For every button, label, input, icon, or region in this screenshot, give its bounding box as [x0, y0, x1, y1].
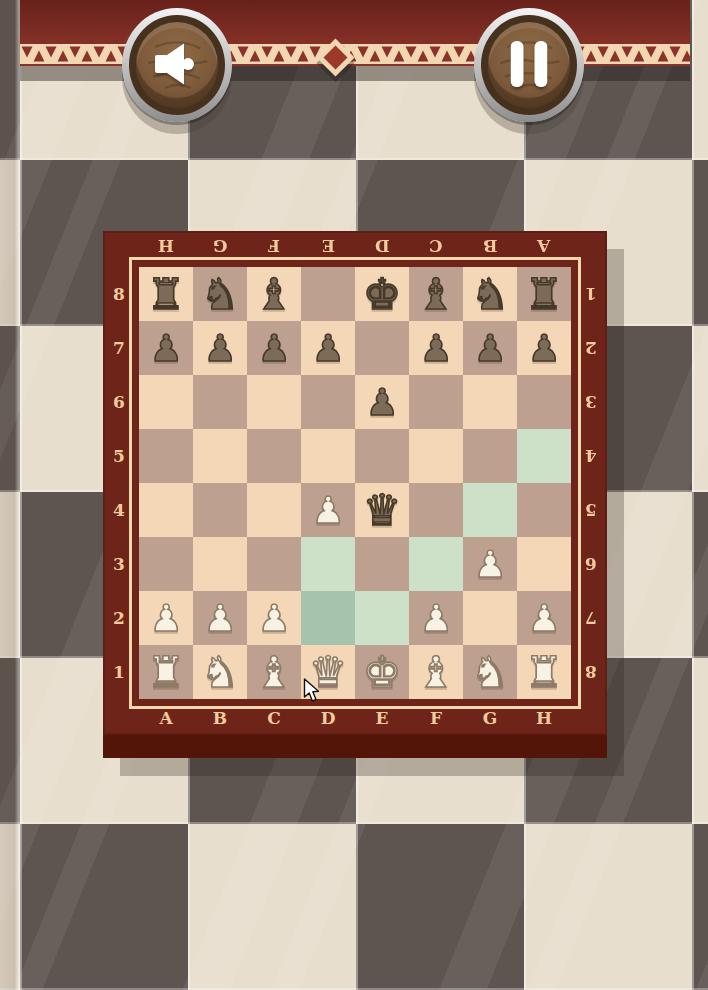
top-bar-shadow: [20, 66, 690, 81]
square-f2[interactable]: ♟: [409, 591, 463, 645]
file-label-bottom-b: B: [213, 708, 227, 728]
square-a6[interactable]: [139, 375, 193, 429]
piece-black-knight[interactable]: ♞: [471, 273, 510, 316]
square-b1[interactable]: ♞: [193, 645, 247, 699]
square-d4[interactable]: ♟: [301, 483, 355, 537]
square-a4[interactable]: [139, 483, 193, 537]
piece-white-pawn[interactable]: ♟: [527, 600, 560, 637]
square-f3[interactable]: [409, 537, 463, 591]
square-d5[interactable]: [301, 429, 355, 483]
square-c1[interactable]: ♝: [247, 645, 301, 699]
square-b6[interactable]: [193, 375, 247, 429]
rank-label-right-6: 6: [585, 554, 597, 574]
square-a2[interactable]: ♟: [139, 591, 193, 645]
square-h7[interactable]: ♟: [517, 321, 571, 375]
square-h6[interactable]: [517, 375, 571, 429]
square-b5[interactable]: [193, 429, 247, 483]
piece-black-pawn[interactable]: ♟: [203, 330, 236, 367]
square-a7[interactable]: ♟: [139, 321, 193, 375]
file-label-top-b: B: [483, 236, 497, 256]
piece-white-knight[interactable]: ♞: [201, 651, 240, 694]
files-top: HGFEDCBA: [139, 233, 571, 259]
square-f7[interactable]: ♟: [409, 321, 463, 375]
square-c5[interactable]: [247, 429, 301, 483]
square-g6[interactable]: [463, 375, 517, 429]
square-d3[interactable]: [301, 537, 355, 591]
rank-label-left-3: 3: [113, 554, 125, 574]
piece-white-bishop[interactable]: ♝: [417, 651, 456, 694]
piece-white-knight[interactable]: ♞: [471, 651, 510, 694]
chess-board: HGFEDCBA ABCDEFGH 87654321 12345678 ♜♞♝♚…: [103, 231, 607, 758]
square-b4[interactable]: [193, 483, 247, 537]
square-a3[interactable]: [139, 537, 193, 591]
file-label-top-f: F: [268, 236, 280, 256]
file-label-bottom-g: G: [483, 708, 498, 728]
piece-white-pawn[interactable]: ♟: [473, 546, 506, 583]
left-edge-shade: [0, 0, 21, 990]
rank-label-left-2: 2: [113, 608, 125, 628]
square-a8[interactable]: ♜: [139, 267, 193, 321]
square-e4[interactable]: ♛: [355, 483, 409, 537]
rank-label-right-3: 3: [585, 392, 597, 412]
square-c6[interactable]: [247, 375, 301, 429]
rank-label-left-5: 5: [113, 446, 125, 466]
square-e1[interactable]: ♚: [355, 645, 409, 699]
square-c2[interactable]: ♟: [247, 591, 301, 645]
square-b8[interactable]: ♞: [193, 267, 247, 321]
board-frame: HGFEDCBA ABCDEFGH 87654321 12345678 ♜♞♝♚…: [103, 231, 607, 735]
piece-black-pawn[interactable]: ♟: [365, 384, 398, 421]
rank-label-right-7: 7: [585, 608, 597, 628]
ranks-left: 87654321: [105, 267, 133, 699]
file-label-top-e: E: [322, 236, 335, 256]
piece-white-pawn[interactable]: ♟: [419, 600, 452, 637]
square-f1[interactable]: ♝: [409, 645, 463, 699]
square-a5[interactable]: [139, 429, 193, 483]
piece-white-pawn[interactable]: ♟: [257, 600, 290, 637]
piece-black-rook[interactable]: ♜: [147, 273, 186, 316]
square-e6[interactable]: ♟: [355, 375, 409, 429]
file-label-top-c: C: [429, 236, 443, 256]
piece-black-king[interactable]: ♚: [363, 273, 402, 316]
rank-label-right-2: 2: [585, 338, 597, 358]
square-e2[interactable]: [355, 591, 409, 645]
piece-white-pawn[interactable]: ♟: [311, 492, 344, 529]
piece-white-pawn[interactable]: ♟: [203, 600, 236, 637]
piece-black-pawn[interactable]: ♟: [527, 330, 560, 367]
square-f8[interactable]: ♝: [409, 267, 463, 321]
square-h1[interactable]: ♜: [517, 645, 571, 699]
square-c7[interactable]: ♟: [247, 321, 301, 375]
zigzag-band: [20, 44, 690, 64]
square-e7[interactable]: [355, 321, 409, 375]
square-e8[interactable]: ♚: [355, 267, 409, 321]
file-label-bottom-c: C: [267, 708, 281, 728]
square-h3[interactable]: [517, 537, 571, 591]
file-label-bottom-e: E: [376, 708, 389, 728]
piece-black-rook[interactable]: ♜: [525, 273, 564, 316]
square-g1[interactable]: ♞: [463, 645, 517, 699]
square-h5[interactable]: [517, 429, 571, 483]
file-label-bottom-h: H: [536, 708, 552, 728]
rank-label-right-1: 1: [585, 284, 597, 304]
rank-label-left-8: 8: [113, 284, 125, 304]
files-bottom: ABCDEFGH: [139, 705, 571, 731]
square-e3[interactable]: [355, 537, 409, 591]
piece-black-queen[interactable]: ♛: [363, 489, 402, 532]
square-h4[interactable]: [517, 483, 571, 537]
square-e5[interactable]: [355, 429, 409, 483]
sound-button[interactable]: [122, 8, 232, 122]
square-g8[interactable]: ♞: [463, 267, 517, 321]
piece-white-pawn[interactable]: ♟: [149, 600, 182, 637]
rank-label-left-4: 4: [113, 500, 125, 520]
top-bar: [20, 0, 690, 66]
square-c8[interactable]: ♝: [247, 267, 301, 321]
square-b7[interactable]: ♟: [193, 321, 247, 375]
piece-black-pawn[interactable]: ♟: [257, 330, 290, 367]
piece-black-bishop[interactable]: ♝: [255, 273, 294, 316]
piece-white-king[interactable]: ♚: [363, 651, 402, 694]
square-d7[interactable]: ♟: [301, 321, 355, 375]
piece-black-pawn[interactable]: ♟: [419, 330, 452, 367]
rank-label-right-8: 8: [585, 662, 597, 682]
rank-label-left-1: 1: [113, 662, 125, 682]
square-b2[interactable]: ♟: [193, 591, 247, 645]
piece-black-pawn[interactable]: ♟: [311, 330, 344, 367]
game-background: HGFEDCBA ABCDEFGH 87654321 12345678 ♜♞♝♚…: [0, 0, 708, 990]
file-label-bottom-f: F: [430, 708, 442, 728]
square-d8[interactable]: [301, 267, 355, 321]
rank-label-left-7: 7: [113, 338, 125, 358]
rank-label-right-4: 4: [585, 446, 597, 466]
piece-white-rook[interactable]: ♜: [147, 651, 186, 694]
board-base-edge: [103, 735, 607, 758]
speaker-icon: [153, 42, 201, 86]
board-grid: ♜♞♝♚♝♞♜♟♟♟♟♟♟♟♟♟♛♟♟♟♟♟♟♜♞♝♛♚♝♞♜: [139, 267, 571, 699]
piece-black-bishop[interactable]: ♝: [417, 273, 456, 316]
file-label-bottom-d: D: [321, 708, 336, 728]
pause-icon: [511, 41, 548, 87]
mouse-cursor: [303, 678, 321, 703]
pause-button[interactable]: [474, 8, 584, 122]
square-c4[interactable]: [247, 483, 301, 537]
file-label-top-a: A: [537, 236, 550, 256]
piece-black-knight[interactable]: ♞: [201, 273, 240, 316]
file-label-bottom-a: A: [159, 708, 172, 728]
piece-black-pawn[interactable]: ♟: [473, 330, 506, 367]
piece-white-rook[interactable]: ♜: [525, 651, 564, 694]
square-f6[interactable]: [409, 375, 463, 429]
square-f4[interactable]: [409, 483, 463, 537]
square-g5[interactable]: [463, 429, 517, 483]
square-h8[interactable]: ♜: [517, 267, 571, 321]
square-g4[interactable]: [463, 483, 517, 537]
square-g2[interactable]: [463, 591, 517, 645]
square-d2[interactable]: [301, 591, 355, 645]
rank-label-right-5: 5: [585, 500, 597, 520]
square-c3[interactable]: [247, 537, 301, 591]
ranks-right: 12345678: [577, 267, 605, 699]
file-label-top-g: G: [213, 236, 228, 256]
file-label-top-d: D: [375, 236, 390, 256]
square-g7[interactable]: ♟: [463, 321, 517, 375]
square-d6[interactable]: [301, 375, 355, 429]
square-h2[interactable]: ♟: [517, 591, 571, 645]
square-a1[interactable]: ♜: [139, 645, 193, 699]
square-g3[interactable]: ♟: [463, 537, 517, 591]
piece-white-bishop[interactable]: ♝: [255, 651, 294, 694]
square-b3[interactable]: [193, 537, 247, 591]
file-label-top-h: H: [158, 236, 174, 256]
rank-label-left-6: 6: [113, 392, 125, 412]
square-f5[interactable]: [409, 429, 463, 483]
piece-black-pawn[interactable]: ♟: [149, 330, 182, 367]
